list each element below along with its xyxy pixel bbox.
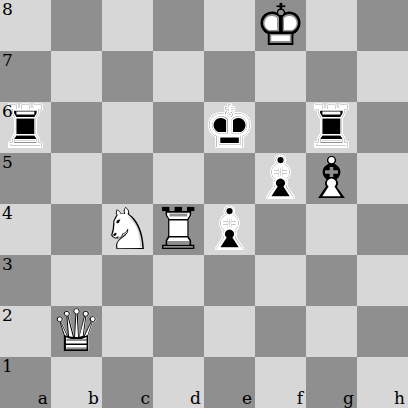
rank-label-7: 7 [2,52,13,69]
black-bishop-fill-glyph: ♝ [255,153,306,204]
white-bishop-fill-glyph: ♝ [306,153,357,204]
square-a3[interactable]: 3 [0,255,51,306]
square-f4[interactable] [255,204,306,255]
white-bishop-outline-glyph: ♗ [306,153,357,204]
square-b8[interactable] [51,0,102,51]
square-c7[interactable] [102,51,153,102]
square-h1[interactable]: h [357,357,408,408]
rank-label-4: 4 [2,205,13,222]
rank-label-8: 8 [2,1,13,18]
rank-label-3: 3 [2,256,13,273]
square-a5[interactable]: 5 [0,153,51,204]
rank-label-1: 1 [2,358,13,375]
piece-white-knight-c4[interactable]: ♞♘ [102,204,153,255]
square-e5[interactable] [204,153,255,204]
square-a6[interactable]: 6♜♖ [0,102,51,153]
rank-label-2: 2 [2,307,13,324]
file-label-f: f [297,390,303,407]
square-a7[interactable]: 7 [0,51,51,102]
file-label-c: c [140,390,150,407]
piece-white-bishop-g5[interactable]: ♝♗ [306,153,357,204]
file-label-d: d [190,390,201,407]
file-label-g: g [343,390,354,407]
square-b3[interactable] [51,255,102,306]
square-e2[interactable] [204,306,255,357]
rank-label-6: 6 [2,103,13,120]
square-a1[interactable]: 1a [0,357,51,408]
black-rook-outline-glyph: ♖ [306,102,357,153]
square-d1[interactable]: d [153,357,204,408]
square-g8[interactable] [306,0,357,51]
white-knight-fill-glyph: ♞ [102,204,153,255]
piece-white-king-f8[interactable]: ♚♔ [255,0,306,51]
square-f2[interactable] [255,306,306,357]
square-b5[interactable] [51,153,102,204]
black-rook-fill-glyph: ♜ [306,102,357,153]
square-f1[interactable]: f [255,357,306,408]
square-e4[interactable]: ♝♗ [204,204,255,255]
square-b4[interactable] [51,204,102,255]
square-d4[interactable]: ♜♖ [153,204,204,255]
square-h8[interactable] [357,0,408,51]
square-b2[interactable]: ♛♕ [51,306,102,357]
square-a8[interactable]: 8 [0,0,51,51]
square-g7[interactable] [306,51,357,102]
square-f7[interactable] [255,51,306,102]
square-a4[interactable]: 4 [0,204,51,255]
white-king-outline-glyph: ♔ [255,0,306,51]
square-e1[interactable]: e [204,357,255,408]
square-d2[interactable] [153,306,204,357]
square-d7[interactable] [153,51,204,102]
black-king-outline-glyph: ♔ [204,102,255,153]
square-d5[interactable] [153,153,204,204]
file-label-a: a [38,390,48,407]
square-e3[interactable] [204,255,255,306]
black-bishop-outline-glyph: ♗ [255,153,306,204]
piece-black-king-e6[interactable]: ♚♔ [204,102,255,153]
square-f3[interactable] [255,255,306,306]
piece-black-bishop-f5[interactable]: ♝♗ [255,153,306,204]
white-queen-outline-glyph: ♕ [51,306,102,357]
square-e8[interactable] [204,0,255,51]
square-c8[interactable] [102,0,153,51]
square-g5[interactable]: ♝♗ [306,153,357,204]
piece-black-rook-g6[interactable]: ♜♖ [306,102,357,153]
chess-board: 8♚♔76♜♖♚♔♜♖5♝♗♝♗4♞♘♜♖♝♗32♛♕1abcdefgh [0,0,408,408]
square-d8[interactable] [153,0,204,51]
square-b6[interactable] [51,102,102,153]
piece-black-bishop-e4[interactable]: ♝♗ [204,204,255,255]
square-f6[interactable] [255,102,306,153]
square-c6[interactable] [102,102,153,153]
square-h6[interactable] [357,102,408,153]
square-d3[interactable] [153,255,204,306]
square-b7[interactable] [51,51,102,102]
black-king-fill-glyph: ♚ [204,102,255,153]
square-g3[interactable] [306,255,357,306]
white-queen-fill-glyph: ♛ [51,306,102,357]
square-c4[interactable]: ♞♘ [102,204,153,255]
black-bishop-outline-glyph: ♗ [204,204,255,255]
square-a2[interactable]: 2 [0,306,51,357]
square-h5[interactable] [357,153,408,204]
square-h7[interactable] [357,51,408,102]
square-c5[interactable] [102,153,153,204]
square-g1[interactable]: g [306,357,357,408]
file-label-h: h [394,390,405,407]
file-label-e: e [242,390,252,407]
square-g6[interactable]: ♜♖ [306,102,357,153]
square-d6[interactable] [153,102,204,153]
black-bishop-fill-glyph: ♝ [204,204,255,255]
square-c3[interactable] [102,255,153,306]
square-g2[interactable] [306,306,357,357]
square-h4[interactable] [357,204,408,255]
white-knight-outline-glyph: ♘ [102,204,153,255]
square-c1[interactable]: c [102,357,153,408]
square-c2[interactable] [102,306,153,357]
piece-white-queen-b2[interactable]: ♛♕ [51,306,102,357]
white-king-fill-glyph: ♚ [255,0,306,51]
file-label-b: b [88,390,99,407]
square-g4[interactable] [306,204,357,255]
square-e6[interactable]: ♚♔ [204,102,255,153]
rank-label-5: 5 [2,154,13,171]
piece-white-rook-d4[interactable]: ♜♖ [153,204,204,255]
square-h2[interactable] [357,306,408,357]
square-h3[interactable] [357,255,408,306]
square-e7[interactable] [204,51,255,102]
square-f8[interactable]: ♚♔ [255,0,306,51]
white-rook-outline-glyph: ♖ [153,204,204,255]
square-b1[interactable]: b [51,357,102,408]
white-rook-fill-glyph: ♜ [153,204,204,255]
square-f5[interactable]: ♝♗ [255,153,306,204]
